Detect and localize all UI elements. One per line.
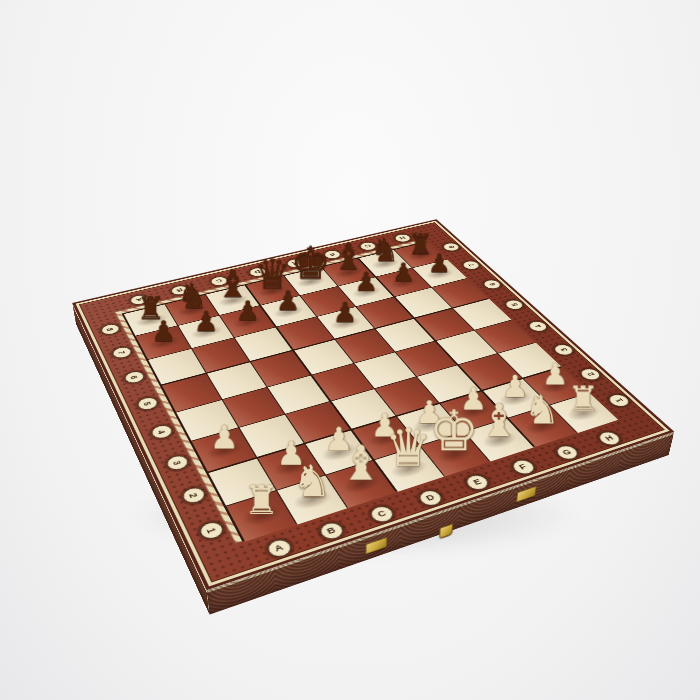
rank-label-1-left: 1 [196,520,226,542]
white-rook: ♜ [558,348,607,412]
rank-label-2-right: 2 [576,367,603,382]
rank-label-4-left: 4 [148,423,174,441]
white-pawn: ♟ [313,384,364,451]
piece-shadow [494,388,536,409]
white-bishop: ♝ [473,373,524,439]
piece-shadow [238,502,285,530]
piece-shadow [562,402,605,424]
rank-label-6-left: 6 [122,370,146,385]
piece-shadow [386,456,431,481]
rank-label-5-right: 5 [502,299,526,312]
brass-latch-icon [516,486,537,503]
piece-shadow [409,413,452,435]
brass-latch-icon [365,537,387,555]
piece-shadow [521,415,564,437]
piece-shadow [452,400,494,422]
rank-label-2-left: 2 [179,485,207,505]
file-label-a-near: A [263,537,294,560]
rank-label-7-left: 7 [110,345,133,359]
rank-label-6-right: 6 [480,278,504,290]
file-label-b-near: B [316,520,347,542]
piece-shadow [535,376,576,396]
rank-label-7-right: 7 [459,260,482,271]
rank-label-3-left: 3 [163,453,190,472]
white-bishop: ♝ [334,414,387,484]
rank-label-1-right: 1 [604,392,633,408]
piece-shadow [433,442,477,466]
white-pawn: ♟ [359,371,410,437]
white-knight: ♞ [517,361,567,426]
rank-label-3-right: 3 [550,343,576,357]
piece-shadow [364,426,407,449]
piece-shadow [269,454,313,479]
piece-shadow [317,440,361,464]
piece-shadow [289,486,335,513]
white-pawn: ♟ [265,398,317,466]
rank-label-5-left: 5 [135,396,160,413]
file-label-h-near: H [594,429,624,447]
white-pawn: ♟ [198,382,249,449]
file-label-c-near: C [366,503,397,524]
piece-shadow [477,428,521,451]
file-label-e-near: E [462,472,492,492]
rank-label-8-right: 8 [440,242,462,253]
file-label-g-near: G [552,443,582,462]
rank-label-8-left: 8 [99,322,122,336]
file-label-d-near: D [415,487,445,508]
rank-label-4-right: 4 [525,320,550,333]
piece-shadow [339,471,385,497]
white-rook: ♜ [233,443,288,515]
white-pawn: ♟ [405,359,455,424]
file-label-f-near: F [508,457,538,476]
